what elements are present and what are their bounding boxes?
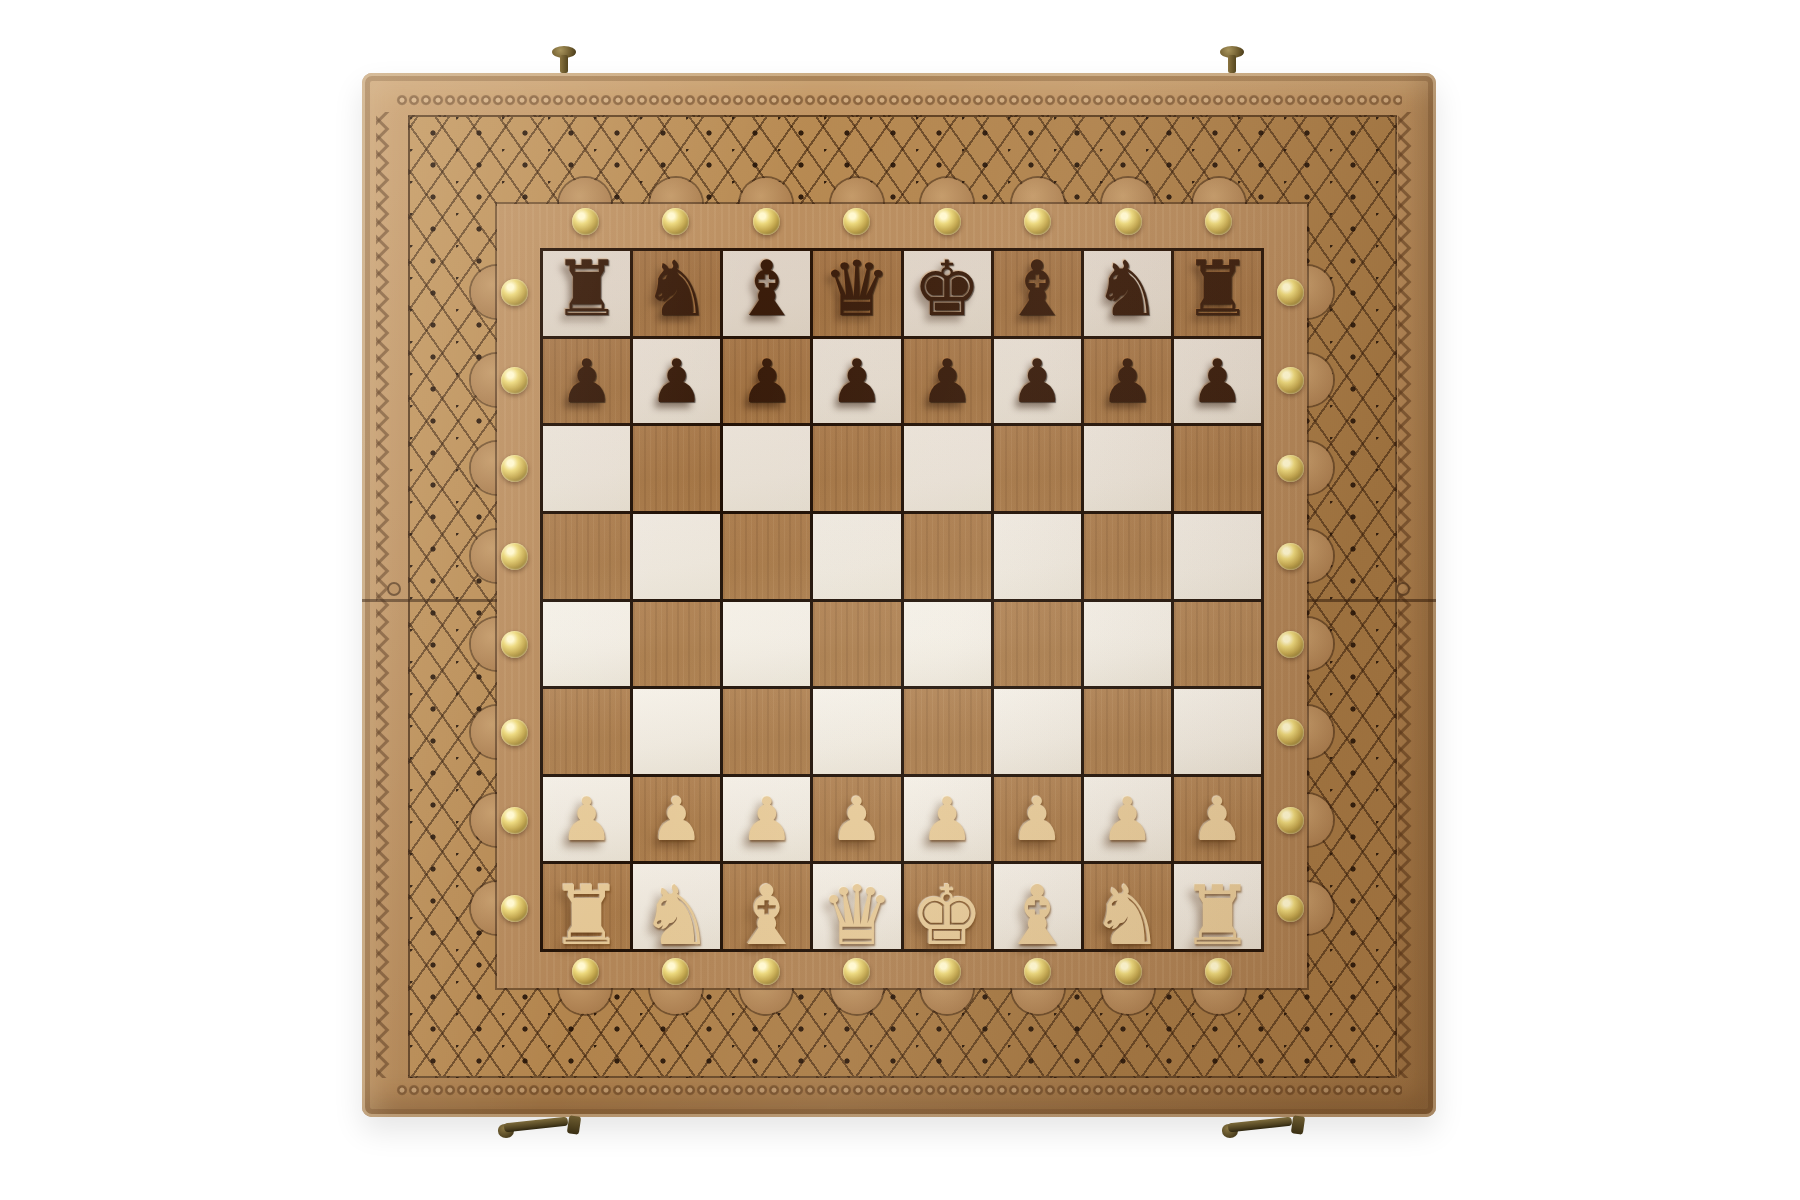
brass-stud [662,208,689,235]
piece-white-king-e1[interactable]: ♚ [910,875,984,957]
square-a6[interactable] [543,426,630,511]
square-f2[interactable]: ♟ [994,777,1081,862]
piece-black-rook-a8[interactable]: ♜ [552,251,620,327]
piece-white-pawn-h2[interactable]: ♟ [1191,789,1245,849]
square-d1[interactable]: ♛ [813,864,900,949]
piece-white-pawn-e2[interactable]: ♟ [920,789,974,849]
piece-white-pawn-f2[interactable]: ♟ [1010,789,1064,849]
box-fold-seam-right [1296,599,1436,602]
brass-stud [501,455,528,482]
brass-stud [572,208,599,235]
brass-stud [501,279,528,306]
square-g8[interactable]: ♞ [1084,251,1171,336]
carved-scroll-border-top [396,88,1402,112]
brass-stud [1277,367,1304,394]
hinge-knob-stem [560,55,568,73]
piece-white-bishop-f1[interactable]: ♝ [1000,875,1074,957]
brass-stud [934,208,961,235]
square-h4[interactable] [1174,602,1261,687]
piece-black-queen-d8[interactable]: ♛ [823,251,891,327]
square-h2[interactable]: ♟ [1174,777,1261,862]
hinge-knob-left [552,46,576,76]
square-b3[interactable] [633,689,720,774]
piece-white-bishop-c1[interactable]: ♝ [730,875,804,957]
square-h7[interactable]: ♟ [1174,339,1261,424]
clasp-bar [504,1117,569,1133]
brass-stud [1277,543,1304,570]
brass-stud [501,367,528,394]
piece-black-pawn-h7[interactable]: ♟ [1191,351,1245,411]
brass-stud [501,895,528,922]
piece-black-pawn-d7[interactable]: ♟ [830,351,884,411]
piece-black-knight-b8[interactable]: ♞ [643,251,711,327]
square-c2[interactable]: ♟ [723,777,810,862]
piece-black-pawn-a7[interactable]: ♟ [560,351,614,411]
square-a3[interactable] [543,689,630,774]
square-h1[interactable]: ♜ [1174,864,1261,949]
square-e6[interactable] [904,426,991,511]
square-a1[interactable]: ♜ [543,864,630,949]
square-a2[interactable]: ♟ [543,777,630,862]
square-g6[interactable] [1084,426,1171,511]
square-h8[interactable]: ♜ [1174,251,1261,336]
clasp-foot [567,1115,581,1134]
square-g3[interactable] [1084,689,1171,774]
piece-white-pawn-b2[interactable]: ♟ [650,789,704,849]
square-h3[interactable] [1174,689,1261,774]
chessboard: ♜♞♝♛♚♝♞♜♟♟♟♟♟♟♟♟♟♟♟♟♟♟♟♟♜♞♝♛♚♝♞♜ [540,248,1264,952]
square-c3[interactable] [723,689,810,774]
square-f3[interactable] [994,689,1081,774]
piece-black-pawn-g7[interactable]: ♟ [1100,351,1154,411]
square-d8[interactable]: ♛ [813,251,900,336]
square-g7[interactable]: ♟ [1084,339,1171,424]
brass-stud [1277,455,1304,482]
brass-stud [1277,807,1304,834]
square-h5[interactable] [1174,514,1261,599]
square-h6[interactable] [1174,426,1261,511]
square-e4[interactable] [904,602,991,687]
piece-white-rook-h1[interactable]: ♜ [1181,875,1255,957]
square-f6[interactable] [994,426,1081,511]
square-a8[interactable]: ♜ [543,251,630,336]
square-a7[interactable]: ♟ [543,339,630,424]
latch-clasp-left [498,1114,580,1142]
brass-stud [501,543,528,570]
square-e5[interactable] [904,514,991,599]
piece-white-rook-a1[interactable]: ♜ [550,875,624,957]
square-d7[interactable]: ♟ [813,339,900,424]
square-f1[interactable]: ♝ [994,864,1081,949]
brass-stud [753,208,780,235]
square-c1[interactable]: ♝ [723,864,810,949]
brass-stud [1277,279,1304,306]
hinge-knob-stem [1228,55,1236,73]
square-b2[interactable]: ♟ [633,777,720,862]
square-g4[interactable] [1084,602,1171,687]
square-d2[interactable]: ♟ [813,777,900,862]
piece-white-pawn-a2[interactable]: ♟ [560,789,614,849]
square-c7[interactable]: ♟ [723,339,810,424]
square-e8[interactable]: ♚ [904,251,991,336]
brass-stud [1024,208,1051,235]
square-c8[interactable]: ♝ [723,251,810,336]
piece-black-pawn-b7[interactable]: ♟ [650,351,704,411]
square-a4[interactable] [543,602,630,687]
square-b4[interactable] [633,602,720,687]
square-c5[interactable] [723,514,810,599]
square-b6[interactable] [633,426,720,511]
brass-stud [1277,719,1304,746]
piece-white-pawn-g2[interactable]: ♟ [1100,789,1154,849]
brass-stud [1277,631,1304,658]
brass-stud [1277,895,1304,922]
piece-black-pawn-e7[interactable]: ♟ [920,351,974,411]
square-d5[interactable] [813,514,900,599]
square-e2[interactable]: ♟ [904,777,991,862]
brass-stud [501,719,528,746]
square-g2[interactable]: ♟ [1084,777,1171,862]
piece-black-bishop-c8[interactable]: ♝ [733,251,801,327]
piece-black-rook-h8[interactable]: ♜ [1183,251,1251,327]
piece-black-pawn-c7[interactable]: ♟ [740,351,794,411]
chess-box-photo: ♜♞♝♛♚♝♞♜♟♟♟♟♟♟♟♟♟♟♟♟♟♟♟♟♜♞♝♛♚♝♞♜ [0,0,1800,1200]
seam-pin-right [1396,582,1410,596]
piece-white-pawn-c2[interactable]: ♟ [740,789,794,849]
square-g5[interactable] [1084,514,1171,599]
square-f4[interactable] [994,602,1081,687]
brass-stud [1115,208,1142,235]
square-c4[interactable] [723,602,810,687]
clasp-foot [1291,1115,1305,1134]
brass-stud [501,631,528,658]
carved-scroll-border-bottom [396,1078,1402,1102]
clasp-bar [1228,1117,1293,1133]
seam-pin-left [387,582,401,596]
square-d3[interactable] [813,689,900,774]
piece-black-king-e8[interactable]: ♚ [913,251,981,327]
square-b5[interactable] [633,514,720,599]
square-f7[interactable]: ♟ [994,339,1081,424]
piece-black-pawn-f7[interactable]: ♟ [1010,351,1064,411]
box-fold-seam-left [362,599,505,602]
piece-black-bishop-f8[interactable]: ♝ [1003,251,1071,327]
piece-white-queen-d1[interactable]: ♛ [820,875,894,957]
square-d4[interactable] [813,602,900,687]
square-e1[interactable]: ♚ [904,864,991,949]
piece-white-knight-b1[interactable]: ♞ [640,875,714,957]
square-b1[interactable]: ♞ [633,864,720,949]
brass-stud [501,807,528,834]
square-d6[interactable] [813,426,900,511]
piece-white-pawn-d2[interactable]: ♟ [830,789,884,849]
hinge-knob-right [1220,46,1244,76]
piece-white-knight-g1[interactable]: ♞ [1091,875,1165,957]
square-f8[interactable]: ♝ [994,251,1081,336]
square-c6[interactable] [723,426,810,511]
square-b7[interactable]: ♟ [633,339,720,424]
brass-stud [1205,208,1232,235]
latch-clasp-right [1222,1114,1304,1142]
square-e7[interactable]: ♟ [904,339,991,424]
brass-stud [843,208,870,235]
square-a5[interactable] [543,514,630,599]
piece-black-knight-g8[interactable]: ♞ [1093,251,1161,327]
square-f5[interactable] [994,514,1081,599]
square-g1[interactable]: ♞ [1084,864,1171,949]
square-b8[interactable]: ♞ [633,251,720,336]
square-e3[interactable] [904,689,991,774]
